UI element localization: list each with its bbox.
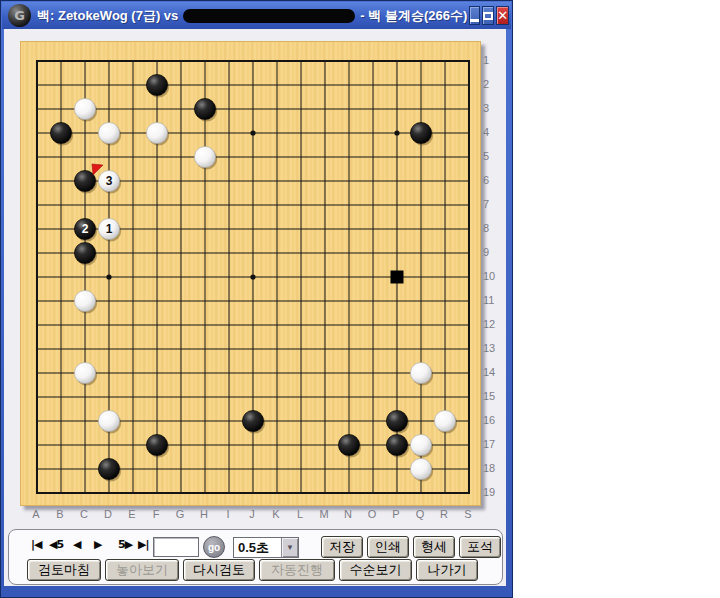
maximize-button[interactable] bbox=[482, 6, 494, 25]
stone-black-D18 bbox=[98, 458, 119, 479]
try-moves-button: 놓아보기 bbox=[105, 559, 179, 581]
stone-black-C6 bbox=[74, 170, 95, 191]
window-title-left: 백: ZetokeWog (7급) vs bbox=[37, 7, 178, 25]
stone-black-J16 bbox=[242, 410, 263, 431]
row-label-9: 9 bbox=[483, 246, 501, 258]
col-label-E: E bbox=[124, 508, 140, 520]
delay-value: 0.5초 bbox=[234, 538, 281, 557]
row-label-2: 2 bbox=[483, 78, 501, 90]
col-label-C: C bbox=[76, 508, 92, 520]
row-label-13: 13 bbox=[483, 342, 501, 354]
stone-white-Q17 bbox=[410, 434, 431, 455]
stone-white-C3 bbox=[74, 98, 95, 119]
stone-white-C14 bbox=[74, 362, 95, 383]
stone-black-H3 bbox=[194, 98, 215, 119]
col-label-D: D bbox=[100, 508, 116, 520]
move-number-1: 1 bbox=[106, 222, 113, 236]
stone-black-C9 bbox=[74, 242, 95, 263]
move-number-2: 2 bbox=[82, 222, 89, 236]
control-panel: |◀◀5◀▶5▶▶| go 0.5초 ▼ 저장인쇄형세포석 검토마침놓아보기다시… bbox=[8, 529, 503, 585]
stone-black-P16 bbox=[386, 410, 407, 431]
row-label-1: 1 bbox=[483, 54, 501, 66]
row-label-11: 11 bbox=[483, 294, 501, 306]
row-label-16: 16 bbox=[483, 414, 501, 426]
stone-white-Q14 bbox=[410, 362, 431, 383]
star-point-J10 bbox=[250, 274, 255, 279]
row-label-7: 7 bbox=[483, 198, 501, 210]
stone-black-F17 bbox=[146, 434, 167, 455]
row-label-14: 14 bbox=[483, 366, 501, 378]
col-label-K: K bbox=[268, 508, 284, 520]
row-label-5: 5 bbox=[483, 150, 501, 162]
delay-select[interactable]: 0.5초 ▼ bbox=[233, 537, 299, 558]
star-point-D10 bbox=[106, 274, 111, 279]
stone-white-H5 bbox=[194, 146, 215, 167]
close-button[interactable]: ✕ bbox=[496, 6, 509, 25]
stone-white-F4 bbox=[146, 122, 167, 143]
stone-black-B4 bbox=[50, 122, 71, 143]
col-label-N: N bbox=[340, 508, 356, 520]
stone-black-F2 bbox=[146, 74, 167, 95]
review-again-button[interactable]: 다시검토 bbox=[183, 559, 255, 581]
col-label-G: G bbox=[172, 508, 188, 520]
row-label-10: 10 bbox=[483, 270, 501, 282]
move-number-input[interactable] bbox=[153, 537, 199, 557]
row-label-3: 3 bbox=[483, 102, 501, 114]
end-review-button[interactable]: 검토마침 bbox=[27, 559, 101, 581]
col-label-I: I bbox=[220, 508, 236, 520]
col-label-Q: Q bbox=[412, 508, 428, 520]
star-point-J4 bbox=[250, 130, 255, 135]
stone-white-Q18 bbox=[410, 458, 431, 479]
nav-last-button[interactable]: ▶| bbox=[138, 538, 148, 556]
col-label-S: S bbox=[460, 508, 476, 520]
col-label-R: R bbox=[436, 508, 452, 520]
stone-white-R16 bbox=[434, 410, 455, 431]
show-moves-button[interactable]: 수순보기 bbox=[339, 559, 412, 581]
col-label-F: F bbox=[148, 508, 164, 520]
nav-forward-5-button[interactable]: 5▶ bbox=[118, 538, 132, 556]
go-button[interactable]: go bbox=[203, 536, 225, 558]
go-board[interactable]: 123 bbox=[20, 41, 481, 506]
nav-forward-1-button[interactable]: ▶ bbox=[94, 538, 101, 556]
stone-black-N17 bbox=[338, 434, 359, 455]
window-title-right: - 백 불계승(266수) bbox=[360, 7, 467, 25]
stone-white-C11 bbox=[74, 290, 95, 311]
row-label-15: 15 bbox=[483, 390, 501, 402]
stone-black-P17 bbox=[386, 434, 407, 455]
row-label-19: 19 bbox=[483, 486, 501, 498]
row-label-4: 4 bbox=[483, 126, 501, 138]
row-label-12: 12 bbox=[483, 318, 501, 330]
row-label-17: 17 bbox=[483, 438, 501, 450]
nav-back-1-button[interactable]: ◀ bbox=[73, 538, 80, 556]
col-label-J: J bbox=[244, 508, 260, 520]
col-label-B: B bbox=[52, 508, 68, 520]
move-number-3: 3 bbox=[106, 174, 113, 188]
exit-button[interactable]: 나가기 bbox=[416, 559, 478, 581]
minimize-button[interactable] bbox=[469, 6, 480, 25]
redacted-opponent-name bbox=[183, 9, 355, 23]
col-label-M: M bbox=[316, 508, 332, 520]
stone-white-D16 bbox=[98, 410, 119, 431]
nav-first-button[interactable]: |◀ bbox=[31, 538, 41, 556]
minimize-icon bbox=[470, 19, 479, 22]
star-point-P4 bbox=[394, 130, 399, 135]
col-label-A: A bbox=[28, 508, 44, 520]
stone-black-Q4 bbox=[410, 122, 431, 143]
app-window: G 백: ZetokeWog (7급) vs - 백 불계승(266수) ✕ 1… bbox=[0, 0, 513, 598]
auto-play-button: 자동진행 bbox=[259, 559, 335, 581]
app-logo-icon: G bbox=[8, 4, 31, 27]
score-estimate-button[interactable]: 형세 bbox=[413, 536, 455, 558]
fuseki-button[interactable]: 포석 bbox=[459, 536, 501, 558]
title-bar[interactable]: G 백: ZetokeWog (7급) vs - 백 불계승(266수) ✕ bbox=[2, 2, 511, 29]
col-label-P: P bbox=[388, 508, 404, 520]
close-icon: ✕ bbox=[497, 9, 508, 22]
square-marker-P10 bbox=[391, 271, 404, 284]
stone-white-D4 bbox=[98, 122, 119, 143]
col-label-H: H bbox=[196, 508, 212, 520]
chevron-down-icon[interactable]: ▼ bbox=[281, 538, 298, 557]
row-label-8: 8 bbox=[483, 222, 501, 234]
col-label-O: O bbox=[364, 508, 380, 520]
row-label-6: 6 bbox=[483, 174, 501, 186]
print-button[interactable]: 인쇄 bbox=[367, 536, 409, 558]
maximize-icon bbox=[483, 12, 493, 20]
save-button[interactable]: 저장 bbox=[321, 536, 363, 558]
board-grid[interactable]: 123 bbox=[21, 42, 480, 505]
col-label-L: L bbox=[292, 508, 308, 520]
row-label-18: 18 bbox=[483, 462, 501, 474]
nav-back-5-button[interactable]: ◀5 bbox=[49, 538, 63, 556]
